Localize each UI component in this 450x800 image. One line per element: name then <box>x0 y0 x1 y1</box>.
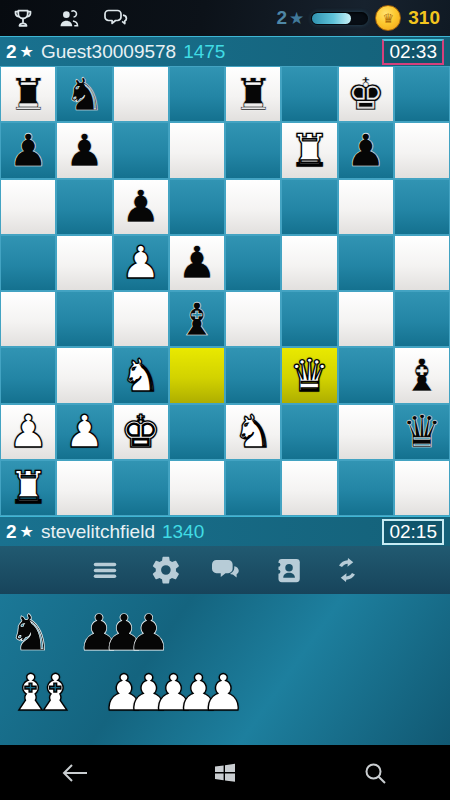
opponent-level: 2 <box>6 41 17 63</box>
square-c1[interactable] <box>114 461 168 515</box>
black-pawn: ♟ <box>345 128 385 173</box>
white-pawn: ♟ <box>120 240 160 285</box>
captured-black-pieces: ♞♟♟♟ <box>8 600 450 658</box>
square-a7[interactable]: ♟ <box>1 123 55 177</box>
black-rook: ♜ <box>233 72 273 117</box>
black-king: ♚ <box>345 72 385 117</box>
square-h2[interactable]: ♛ <box>395 405 449 459</box>
square-h4[interactable] <box>395 292 449 346</box>
square-e3[interactable] <box>226 348 280 402</box>
square-c6[interactable]: ♟ <box>114 180 168 234</box>
square-g4[interactable] <box>339 292 393 346</box>
player-name: stevelitchfield <box>41 521 155 543</box>
square-e1[interactable] <box>226 461 280 515</box>
chat-button[interactable] <box>210 555 244 585</box>
square-a6[interactable] <box>1 180 55 234</box>
black-pawn: ♟ <box>177 240 217 285</box>
square-a1[interactable]: ♜ <box>1 461 55 515</box>
captured-group-black-pawn: ♟♟♟ <box>77 608 171 658</box>
black-queen: ♛ <box>402 409 442 454</box>
white-rook: ♜ <box>289 128 329 173</box>
black-rook: ♜ <box>8 72 48 117</box>
captured-group-white-bishop: ♝♝ <box>8 668 78 718</box>
square-c7[interactable] <box>114 123 168 177</box>
opponent-level-star-icon: ★ <box>20 42 34 61</box>
square-f4[interactable] <box>282 292 336 346</box>
white-king: ♚ <box>120 409 160 454</box>
square-g2[interactable] <box>339 405 393 459</box>
square-d4[interactable]: ♝ <box>170 292 224 346</box>
system-nav-bar <box>0 745 450 800</box>
black-bishop: ♝ <box>402 353 442 398</box>
player-bar-bottom: 2 ★ stevelitchfield 1340 02:15 <box>0 516 450 546</box>
square-b4[interactable] <box>57 292 111 346</box>
square-b1[interactable] <box>57 461 111 515</box>
square-f2[interactable] <box>282 405 336 459</box>
square-a8[interactable]: ♜ <box>1 67 55 121</box>
captured-white-bishop: ♝ <box>33 668 78 718</box>
square-c5[interactable]: ♟ <box>114 236 168 290</box>
captured-white-pieces: ♝♝♟♟♟♟♟ <box>8 660 450 718</box>
square-e7[interactable] <box>226 123 280 177</box>
chess-board: ♜♞♜♚♟♟♜♟♟♟♟♝♞♛♝♟♟♚♞♛♜ <box>0 66 450 516</box>
square-d3[interactable] <box>170 348 224 402</box>
opponent-clock: 02:33 <box>382 39 444 65</box>
windows-start-button[interactable] <box>150 758 300 788</box>
search-button[interactable] <box>300 758 450 788</box>
trophy-icon[interactable] <box>10 6 36 31</box>
square-g6[interactable] <box>339 180 393 234</box>
white-knight: ♞ <box>233 409 273 454</box>
app-screen: 2 ★ ♛ 310 2 ★ Guest30009578 1475 02:33 ♜… <box>0 0 450 800</box>
captured-group-white-pawn: ♟♟♟♟♟ <box>102 668 246 718</box>
coin-icon[interactable]: ♛ <box>375 5 401 31</box>
square-d6[interactable] <box>170 180 224 234</box>
square-c2[interactable]: ♚ <box>114 405 168 459</box>
white-rook: ♜ <box>8 465 48 510</box>
square-f8[interactable] <box>282 67 336 121</box>
square-a2[interactable]: ♟ <box>1 405 55 459</box>
swap-sides-button[interactable] <box>331 555 363 585</box>
square-a5[interactable] <box>1 236 55 290</box>
black-pawn: ♟ <box>64 128 104 173</box>
square-f5[interactable] <box>282 236 336 290</box>
captured-black-pawn: ♟ <box>126 608 171 658</box>
player-rating: 1340 <box>162 521 204 543</box>
captured-pieces-tray: ♞♟♟♟ ♝♝♟♟♟♟♟ <box>0 594 450 745</box>
square-g5[interactable] <box>339 236 393 290</box>
level-star-icon: ★ <box>289 8 304 28</box>
square-f7[interactable]: ♜ <box>282 123 336 177</box>
settings-gear-icon[interactable] <box>150 554 182 586</box>
status-bar: 2 ★ ♛ 310 <box>0 0 450 36</box>
player-bar-top: 2 ★ Guest30009578 1475 02:33 <box>0 36 450 66</box>
square-c3[interactable]: ♞ <box>114 348 168 402</box>
square-d5[interactable]: ♟ <box>170 236 224 290</box>
square-b3[interactable] <box>57 348 111 402</box>
captured-white-pawn: ♟ <box>201 668 246 718</box>
contacts-button[interactable] <box>272 555 303 586</box>
square-f6[interactable] <box>282 180 336 234</box>
square-b7[interactable]: ♟ <box>57 123 111 177</box>
square-h1[interactable] <box>395 461 449 515</box>
square-e8[interactable]: ♜ <box>226 67 280 121</box>
square-e5[interactable] <box>226 236 280 290</box>
xp-progress-fill <box>312 13 351 24</box>
square-b5[interactable] <box>57 236 111 290</box>
player-level: 2 <box>6 521 17 543</box>
square-h7[interactable] <box>395 123 449 177</box>
back-button[interactable] <box>0 759 150 787</box>
square-b2[interactable]: ♟ <box>57 405 111 459</box>
toolbar <box>0 546 450 594</box>
player-clock: 02:15 <box>382 519 444 545</box>
xp-level: 2 <box>276 7 287 29</box>
square-e6[interactable] <box>226 180 280 234</box>
opponent-rating: 1475 <box>183 41 225 63</box>
players-icon[interactable] <box>56 6 83 31</box>
square-f1[interactable] <box>282 461 336 515</box>
square-h6[interactable] <box>395 180 449 234</box>
square-h8[interactable] <box>395 67 449 121</box>
square-c8[interactable] <box>114 67 168 121</box>
crown-icon: ♛ <box>382 12 394 25</box>
square-b8[interactable]: ♞ <box>57 67 111 121</box>
square-e4[interactable] <box>226 292 280 346</box>
black-knight: ♞ <box>64 72 104 117</box>
square-a4[interactable] <box>1 292 55 346</box>
square-d2[interactable] <box>170 405 224 459</box>
white-pawn: ♟ <box>8 409 48 454</box>
xp-progress-bar <box>311 12 368 25</box>
square-b6[interactable] <box>57 180 111 234</box>
square-c4[interactable] <box>114 292 168 346</box>
white-knight: ♞ <box>120 353 160 398</box>
player-level-star-icon: ★ <box>20 522 34 541</box>
square-h5[interactable] <box>395 236 449 290</box>
square-d8[interactable] <box>170 67 224 121</box>
menu-button[interactable] <box>88 555 122 585</box>
white-pawn: ♟ <box>64 409 104 454</box>
black-pawn: ♟ <box>120 184 160 229</box>
white-queen: ♛ <box>289 353 329 398</box>
coin-balance: 310 <box>408 7 440 29</box>
captured-group-black-knight: ♞ <box>8 608 53 658</box>
square-d1[interactable] <box>170 461 224 515</box>
square-g3[interactable] <box>339 348 393 402</box>
square-f3[interactable]: ♛ <box>282 348 336 402</box>
chat-icon[interactable] <box>103 6 131 30</box>
square-h3[interactable]: ♝ <box>395 348 449 402</box>
square-g1[interactable] <box>339 461 393 515</box>
square-e2[interactable]: ♞ <box>226 405 280 459</box>
captured-black-knight: ♞ <box>8 608 53 658</box>
opponent-name: Guest30009578 <box>41 41 176 63</box>
square-a3[interactable] <box>1 348 55 402</box>
black-pawn: ♟ <box>8 128 48 173</box>
square-d7[interactable] <box>170 123 224 177</box>
square-g8[interactable]: ♚ <box>339 67 393 121</box>
square-g7[interactable]: ♟ <box>339 123 393 177</box>
black-bishop: ♝ <box>177 297 217 342</box>
